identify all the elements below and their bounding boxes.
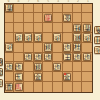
piece-glyph: 馬 (16, 84, 22, 90)
square-9-1[interactable]: 香 (5, 4, 15, 14)
square-2-8[interactable] (73, 72, 83, 82)
piece-S[interactable]: 銀 (44, 43, 52, 51)
square-8-2[interactable] (14, 13, 24, 23)
piece-l[interactable]: 香 (5, 4, 13, 12)
square-1-8[interactable] (82, 72, 92, 82)
square-4-5[interactable] (53, 43, 63, 53)
piece-glyph: 龍 (45, 15, 51, 21)
hand-piece-p[interactable]: 歩 (94, 46, 100, 54)
piece-l[interactable]: 香 (83, 23, 91, 31)
piece-n[interactable]: 桂 (73, 23, 81, 31)
piece-glyph: 金 (0, 69, 3, 75)
square-2-3[interactable]: 桂 (73, 23, 83, 33)
square-9-4[interactable] (5, 33, 15, 43)
piece-glyph: 銀 (45, 44, 51, 50)
piece-P[interactable]: 歩 (83, 53, 91, 61)
piece-glyph: 歩 (35, 34, 41, 40)
square-5-8[interactable] (43, 72, 53, 82)
square-9-5[interactable]: 歩 (5, 43, 15, 53)
piece-P[interactable]: 歩 (53, 63, 61, 71)
square-5-6[interactable]: 歩 (43, 53, 53, 63)
square-6-3[interactable] (34, 23, 44, 33)
square-4-4[interactable]: 歩 (53, 33, 63, 43)
piece-g[interactable]: 金 (63, 14, 71, 22)
piece-glyph: 角 (95, 27, 100, 33)
square-8-8[interactable]: 玉 (14, 72, 24, 82)
piece-glyph: 歩 (6, 44, 12, 50)
square-3-1[interactable] (63, 4, 73, 14)
square-3-6[interactable]: 王 (63, 53, 73, 63)
square-7-2[interactable] (24, 13, 34, 23)
piece-glyph: 桂 (74, 44, 80, 50)
square-1-9[interactable] (82, 82, 92, 92)
piece-glyph: 香 (84, 25, 90, 31)
square-6-6[interactable]: 歩 (34, 53, 44, 63)
piece-glyph: 歩 (54, 34, 60, 40)
square-1-2[interactable] (82, 13, 92, 23)
piece-p[interactable]: 歩 (24, 33, 32, 41)
piece-glyph: 玉 (16, 74, 22, 80)
square-9-3[interactable] (5, 23, 15, 33)
square-9-7[interactable]: 歩 (5, 62, 15, 72)
square-7-1[interactable] (24, 4, 34, 14)
piece-P[interactable]: 歩 (15, 63, 23, 71)
square-2-7[interactable] (73, 62, 83, 72)
square-8-1[interactable] (14, 4, 24, 14)
piece-L[interactable]: 香 (5, 83, 13, 91)
square-1-1[interactable] (82, 4, 92, 14)
square-6-9[interactable] (34, 82, 44, 92)
square-6-5[interactable] (34, 43, 44, 53)
square-2-2[interactable] (73, 13, 83, 23)
square-5-9[interactable] (43, 82, 53, 92)
square-3-7[interactable] (63, 62, 73, 72)
square-7-4[interactable]: 歩 (24, 33, 34, 43)
piece-P[interactable]: 歩 (44, 53, 52, 61)
square-7-8[interactable] (24, 72, 34, 82)
shogi-board: 香龍金桂香歩歩歩歩銀歩歩銀歩桂歩歩歩王歩歩歩歩銀歩玉金金香馬 (4, 3, 94, 94)
hand-piece-b[interactable]: 角 (94, 26, 100, 34)
square-8-4[interactable]: 歩 (14, 33, 24, 43)
square-6-8[interactable]: 金 (34, 72, 44, 82)
piece-glyph: 香 (6, 5, 12, 11)
square-5-3[interactable] (43, 23, 53, 33)
piece-glyph: 銀 (35, 64, 41, 70)
square-6-4[interactable]: 歩 (34, 33, 44, 43)
square-5-4[interactable] (43, 33, 53, 43)
square-9-9[interactable]: 香 (5, 82, 15, 92)
piece-K[interactable]: 玉 (15, 73, 23, 81)
piece-glyph: 歩 (25, 34, 31, 40)
piece-glyph: 歩 (35, 54, 41, 60)
square-3-8[interactable]: 金 (63, 72, 73, 82)
piece-k[interactable]: 王 (63, 53, 71, 61)
piece-glyph: 王 (64, 54, 70, 60)
square-8-7[interactable]: 歩 (14, 62, 24, 72)
square-9-6[interactable] (5, 53, 15, 63)
square-6-7[interactable]: 銀 (34, 62, 44, 72)
piece-P[interactable]: 歩 (73, 53, 81, 61)
square-5-2[interactable]: 龍 (43, 13, 53, 23)
piece-p[interactable]: 歩 (15, 33, 23, 41)
piece-glyph: 歩 (16, 34, 22, 40)
piece-p[interactable]: 歩 (83, 33, 91, 41)
square-2-4[interactable]: 銀 (73, 33, 83, 43)
hand-piece-n[interactable]: 桂 (94, 36, 100, 44)
square-9-2[interactable] (5, 13, 15, 23)
square-3-5[interactable]: 歩 (63, 43, 73, 53)
piece-glyph: 歩 (54, 64, 60, 70)
piece-P[interactable]: 歩 (24, 53, 32, 61)
square-5-7[interactable] (43, 62, 53, 72)
square-4-2[interactable] (53, 13, 63, 23)
square-7-7[interactable] (24, 62, 34, 72)
square-1-6[interactable]: 歩 (82, 53, 92, 63)
piece-p[interactable]: 歩 (34, 33, 42, 41)
hand-piece-R[interactable]: 飛 (0, 58, 3, 66)
square-8-6[interactable] (14, 53, 24, 63)
square-2-1[interactable] (73, 4, 83, 14)
square-7-5[interactable] (24, 43, 34, 53)
square-3-4[interactable] (63, 33, 73, 43)
piece-glyph: 桂 (95, 37, 100, 43)
square-8-9[interactable]: 馬 (14, 82, 24, 92)
piece-p[interactable]: 歩 (5, 43, 13, 51)
piece-glyph: 香 (6, 84, 12, 90)
piece-glyph: 歩 (74, 54, 80, 60)
shogi-app: 987654321 香龍金桂香歩歩歩歩銀歩歩銀歩桂歩歩歩王歩歩歩歩銀歩玉金金香馬… (0, 0, 100, 100)
piece-glyph: 銀 (74, 34, 80, 40)
square-1-5[interactable] (82, 43, 92, 53)
piece-glyph: 歩 (0, 80, 3, 86)
square-1-7[interactable] (82, 62, 92, 72)
last-move-marker (64, 73, 66, 75)
square-4-8[interactable] (53, 72, 63, 82)
square-3-9[interactable] (63, 82, 73, 92)
piece-P[interactable]: 歩 (5, 63, 13, 71)
piece-+B[interactable]: 馬 (15, 83, 23, 91)
piece-glyph: 歩 (64, 44, 70, 50)
piece-glyph: 歩 (84, 54, 90, 60)
piece-P[interactable]: 歩 (34, 53, 42, 61)
piece-S[interactable]: 銀 (34, 63, 42, 71)
square-8-5[interactable] (14, 43, 24, 53)
square-8-3[interactable] (14, 23, 24, 33)
piece-glyph: 歩 (95, 47, 100, 53)
piece-glyph: 歩 (16, 64, 22, 70)
square-4-7[interactable]: 歩 (53, 62, 63, 72)
piece-glyph: 歩 (45, 54, 51, 60)
piece-glyph: 歩 (6, 64, 12, 70)
piece-glyph: 歩 (84, 34, 90, 40)
piece-N[interactable]: 桂 (73, 43, 81, 51)
piece-glyph: 金 (64, 15, 70, 21)
piece-glyph: 歩 (25, 54, 31, 60)
piece-glyph: 桂 (74, 25, 80, 31)
piece-G[interactable]: 金 (34, 73, 42, 81)
square-1-3[interactable]: 香 (82, 23, 92, 33)
square-1-4[interactable]: 歩 (82, 33, 92, 43)
piece-glyph: 飛 (0, 59, 3, 65)
piece-s[interactable]: 銀 (73, 33, 81, 41)
square-3-2[interactable]: 金 (63, 13, 73, 23)
piece-P[interactable]: 歩 (63, 43, 71, 51)
piece-+R[interactable]: 龍 (44, 14, 52, 22)
square-5-1[interactable] (43, 4, 53, 14)
square-3-3[interactable] (63, 23, 73, 33)
square-6-2[interactable] (34, 13, 44, 23)
piece-glyph: 金 (35, 74, 41, 80)
square-2-5[interactable]: 桂 (73, 43, 83, 53)
square-7-9[interactable] (24, 82, 34, 92)
square-9-8[interactable] (5, 72, 15, 82)
square-2-6[interactable]: 歩 (73, 53, 83, 63)
square-2-9[interactable] (73, 82, 83, 92)
square-5-5[interactable]: 銀 (43, 43, 53, 53)
piece-p[interactable]: 歩 (53, 33, 61, 41)
square-6-1[interactable] (34, 4, 44, 14)
hand-piece-P[interactable]: 歩 (0, 79, 3, 87)
square-4-9[interactable] (53, 82, 63, 92)
square-4-1[interactable] (53, 4, 63, 14)
